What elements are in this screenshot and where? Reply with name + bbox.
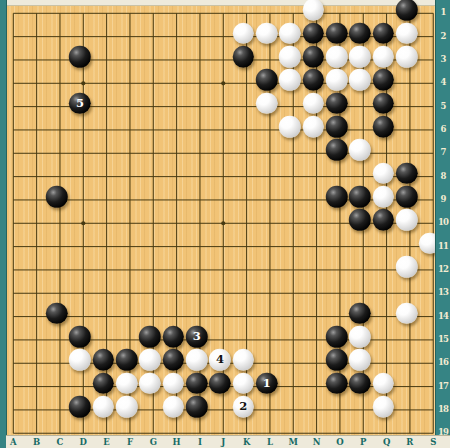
stone-black bbox=[233, 46, 255, 68]
stone-white bbox=[233, 23, 255, 45]
row-label: 16 bbox=[437, 357, 449, 367]
col-label: B bbox=[33, 437, 40, 447]
stone-black bbox=[303, 23, 325, 45]
col-label: F bbox=[127, 437, 133, 447]
row-label: 17 bbox=[437, 381, 449, 391]
stone-white bbox=[349, 69, 371, 91]
stone-black bbox=[349, 373, 371, 395]
stone-white bbox=[373, 163, 395, 185]
stone-white bbox=[93, 396, 115, 418]
move-number: 4 bbox=[209, 349, 231, 371]
move-number: 1 bbox=[256, 373, 278, 395]
stone-black bbox=[163, 326, 185, 348]
stone-white bbox=[349, 46, 371, 68]
stone-black bbox=[396, 186, 418, 208]
col-label: P bbox=[360, 437, 366, 447]
stone-black bbox=[326, 93, 348, 115]
col-label: N bbox=[313, 437, 321, 447]
row-label: 5 bbox=[437, 101, 449, 111]
stone-black bbox=[373, 23, 395, 45]
stone-black bbox=[46, 186, 68, 208]
right-coordinates: 12345678910111213141516171819 bbox=[435, 0, 450, 436]
stone-black bbox=[349, 186, 371, 208]
move-number: 2 bbox=[233, 396, 255, 418]
stone-white bbox=[116, 396, 138, 418]
stone-black bbox=[373, 116, 395, 138]
stone-black bbox=[349, 23, 371, 45]
stone-white bbox=[163, 373, 185, 395]
col-label: O bbox=[336, 437, 343, 447]
stone-black bbox=[93, 373, 115, 395]
stone-black bbox=[326, 373, 348, 395]
stone-black: 1 bbox=[256, 373, 278, 395]
stone-white bbox=[373, 46, 395, 68]
stone-white: 4 bbox=[209, 349, 231, 371]
row-label: 12 bbox=[437, 264, 449, 274]
stone-white bbox=[396, 209, 418, 231]
stone-black bbox=[326, 23, 348, 45]
stone-black bbox=[396, 0, 418, 21]
stone-white bbox=[326, 46, 348, 68]
col-label: R bbox=[406, 437, 413, 447]
stone-black bbox=[373, 69, 395, 91]
stone-black bbox=[163, 349, 185, 371]
stone-black bbox=[326, 326, 348, 348]
row-label: 18 bbox=[437, 404, 449, 414]
stone-white bbox=[396, 46, 418, 68]
stone-white bbox=[303, 93, 325, 115]
row-label: 1 bbox=[437, 7, 449, 17]
col-label: J bbox=[221, 437, 225, 447]
stone-black bbox=[209, 373, 231, 395]
stone-white bbox=[349, 326, 371, 348]
row-label: 4 bbox=[437, 77, 449, 87]
stone-white bbox=[326, 69, 348, 91]
stone-black: 5 bbox=[69, 93, 91, 115]
stone-black bbox=[303, 46, 325, 68]
stone-white: 2 bbox=[233, 396, 255, 418]
col-label: D bbox=[80, 437, 87, 447]
stone-white bbox=[303, 0, 325, 21]
bottom-coordinates: ABCDEFGHIJKLMNOPQRS bbox=[6, 435, 450, 448]
stone-black bbox=[46, 303, 68, 325]
col-label: G bbox=[150, 437, 157, 447]
row-label: 13 bbox=[437, 287, 449, 297]
row-label: 15 bbox=[437, 334, 449, 344]
col-label: H bbox=[173, 437, 181, 447]
stone-black bbox=[373, 93, 395, 115]
stone-white bbox=[139, 349, 161, 371]
stone-white bbox=[349, 349, 371, 371]
stone-black bbox=[373, 209, 395, 231]
stone-white bbox=[396, 256, 418, 278]
stone-black bbox=[303, 69, 325, 91]
col-label: I bbox=[198, 437, 202, 447]
row-label: 3 bbox=[437, 54, 449, 64]
row-label: 8 bbox=[437, 171, 449, 181]
row-label: 2 bbox=[437, 31, 449, 41]
row-label: 6 bbox=[437, 124, 449, 134]
stone-black bbox=[69, 396, 91, 418]
row-label: 11 bbox=[437, 241, 449, 251]
row-label: 14 bbox=[437, 311, 449, 321]
col-label: C bbox=[57, 437, 64, 447]
stone-white bbox=[279, 116, 301, 138]
stone-white bbox=[186, 349, 208, 371]
stone-black bbox=[186, 373, 208, 395]
stone-white bbox=[233, 373, 255, 395]
stone-black bbox=[186, 396, 208, 418]
stone-white bbox=[279, 23, 301, 45]
row-label: 10 bbox=[437, 217, 449, 227]
stone-white bbox=[163, 396, 185, 418]
left-edge-strip bbox=[0, 0, 7, 448]
stone-black bbox=[326, 116, 348, 138]
stone-white bbox=[279, 69, 301, 91]
stone-black bbox=[326, 139, 348, 161]
col-label: L bbox=[267, 437, 273, 447]
stone-black bbox=[116, 349, 138, 371]
stone-black: 3 bbox=[186, 326, 208, 348]
stone-white bbox=[256, 93, 278, 115]
stone-white bbox=[303, 116, 325, 138]
col-label: S bbox=[430, 437, 436, 447]
stone-black bbox=[326, 349, 348, 371]
move-number: 3 bbox=[186, 326, 208, 348]
go-diagram: 53412 12345678910111213141516171819 ABCD… bbox=[0, 0, 450, 448]
stone-white bbox=[69, 349, 91, 371]
stone-white bbox=[279, 46, 301, 68]
row-label: 9 bbox=[437, 194, 449, 204]
stone-black bbox=[326, 186, 348, 208]
col-label: A bbox=[10, 437, 17, 447]
stone-black bbox=[93, 349, 115, 371]
stone-black bbox=[349, 209, 371, 231]
col-label: K bbox=[243, 437, 250, 447]
stone-white bbox=[396, 23, 418, 45]
stone-white bbox=[373, 373, 395, 395]
col-label: Q bbox=[383, 437, 390, 447]
stone-black bbox=[69, 46, 91, 68]
stone-black bbox=[139, 326, 161, 348]
row-label: 7 bbox=[437, 147, 449, 157]
stone-white bbox=[256, 23, 278, 45]
stone-black bbox=[69, 326, 91, 348]
stone-black bbox=[256, 69, 278, 91]
stone-black bbox=[349, 303, 371, 325]
stone-white bbox=[396, 303, 418, 325]
stone-white bbox=[349, 139, 371, 161]
stone-white bbox=[233, 349, 255, 371]
move-number: 5 bbox=[69, 93, 91, 115]
col-label: E bbox=[103, 437, 109, 447]
stone-white bbox=[373, 186, 395, 208]
go-board: 53412 bbox=[2, 2, 445, 445]
stone-white bbox=[116, 373, 138, 395]
stone-black bbox=[396, 163, 418, 185]
stone-white bbox=[139, 373, 161, 395]
stone-white bbox=[373, 396, 395, 418]
col-label: M bbox=[289, 437, 298, 447]
